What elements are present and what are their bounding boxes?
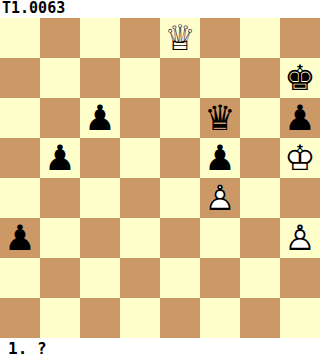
square-a7[interactable] [0, 58, 40, 98]
square-h8[interactable] [280, 18, 320, 58]
square-c6[interactable]: ♟ [80, 98, 120, 138]
white-pawn-fill: ♟ [200, 178, 240, 218]
square-b4[interactable] [40, 178, 80, 218]
square-g1[interactable] [240, 298, 280, 338]
black-queen: ♛ [200, 98, 240, 138]
square-h5[interactable]: ♚♔ [280, 138, 320, 178]
square-f4[interactable]: ♟♙ [200, 178, 240, 218]
square-e1[interactable] [160, 298, 200, 338]
white-pawn-fill: ♟ [280, 218, 320, 258]
square-h6[interactable]: ♟ [280, 98, 320, 138]
square-e8[interactable]: ♛♕ [160, 18, 200, 58]
square-a3[interactable]: ♟ [0, 218, 40, 258]
square-h3[interactable]: ♟♙ [280, 218, 320, 258]
square-f2[interactable] [200, 258, 240, 298]
square-c2[interactable] [80, 258, 120, 298]
square-e4[interactable] [160, 178, 200, 218]
square-d6[interactable] [120, 98, 160, 138]
black-pawn: ♟ [0, 218, 40, 258]
puzzle-title: T1.0063 [0, 0, 320, 18]
square-e2[interactable] [160, 258, 200, 298]
square-g7[interactable] [240, 58, 280, 98]
square-b5[interactable]: ♟ [40, 138, 80, 178]
square-a1[interactable] [0, 298, 40, 338]
square-f8[interactable] [200, 18, 240, 58]
square-f7[interactable] [200, 58, 240, 98]
square-d2[interactable] [120, 258, 160, 298]
square-a4[interactable] [0, 178, 40, 218]
square-g2[interactable] [240, 258, 280, 298]
white-pawn: ♙ [200, 178, 240, 218]
square-g5[interactable] [240, 138, 280, 178]
square-h1[interactable] [280, 298, 320, 338]
square-c1[interactable] [80, 298, 120, 338]
white-queen: ♕ [160, 18, 200, 58]
square-c4[interactable] [80, 178, 120, 218]
chess-puzzle-page: T1.0063 ♛♕♚♟♛♟♟♟♚♔♟♙♟♟♙ 1. ? [0, 0, 320, 360]
square-a2[interactable] [0, 258, 40, 298]
square-a8[interactable] [0, 18, 40, 58]
square-d8[interactable] [120, 18, 160, 58]
square-c3[interactable] [80, 218, 120, 258]
square-a5[interactable] [0, 138, 40, 178]
square-f5[interactable]: ♟ [200, 138, 240, 178]
square-g8[interactable] [240, 18, 280, 58]
square-d4[interactable] [120, 178, 160, 218]
square-d1[interactable] [120, 298, 160, 338]
black-pawn: ♟ [80, 98, 120, 138]
square-b1[interactable] [40, 298, 80, 338]
square-e5[interactable] [160, 138, 200, 178]
square-a6[interactable] [0, 98, 40, 138]
white-queen-fill: ♛ [160, 18, 200, 58]
square-c5[interactable] [80, 138, 120, 178]
black-pawn: ♟ [280, 98, 320, 138]
chess-board: ♛♕♚♟♛♟♟♟♚♔♟♙♟♟♙ [0, 18, 320, 338]
black-pawn: ♟ [200, 138, 240, 178]
square-f1[interactable] [200, 298, 240, 338]
white-king-fill: ♚ [280, 138, 320, 178]
square-b3[interactable] [40, 218, 80, 258]
square-c7[interactable] [80, 58, 120, 98]
square-e7[interactable] [160, 58, 200, 98]
square-e6[interactable] [160, 98, 200, 138]
square-c8[interactable] [80, 18, 120, 58]
square-b8[interactable] [40, 18, 80, 58]
square-d3[interactable] [120, 218, 160, 258]
square-g4[interactable] [240, 178, 280, 218]
black-king: ♚ [280, 58, 320, 98]
square-b7[interactable] [40, 58, 80, 98]
square-g6[interactable] [240, 98, 280, 138]
white-pawn: ♙ [280, 218, 320, 258]
black-pawn: ♟ [40, 138, 80, 178]
square-d7[interactable] [120, 58, 160, 98]
square-h7[interactable]: ♚ [280, 58, 320, 98]
move-prompt: 1. ? [0, 338, 320, 360]
square-f3[interactable] [200, 218, 240, 258]
square-g3[interactable] [240, 218, 280, 258]
square-e3[interactable] [160, 218, 200, 258]
white-king: ♔ [280, 138, 320, 178]
square-h2[interactable] [280, 258, 320, 298]
square-f6[interactable]: ♛ [200, 98, 240, 138]
square-b2[interactable] [40, 258, 80, 298]
square-d5[interactable] [120, 138, 160, 178]
square-b6[interactable] [40, 98, 80, 138]
square-h4[interactable] [280, 178, 320, 218]
